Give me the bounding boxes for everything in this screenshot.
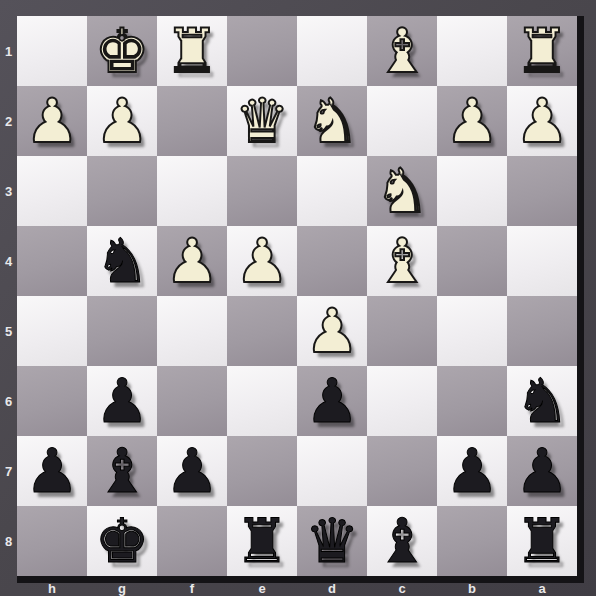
square-e2[interactable]: ♛ [227,86,297,156]
square-a4[interactable] [507,226,577,296]
square-d8[interactable]: ♛ [297,506,367,576]
square-f6[interactable] [157,366,227,436]
square-h3[interactable] [17,156,87,226]
square-c3[interactable]: ♞ [367,156,437,226]
white-pawn-a2: ♟ [515,86,570,156]
square-c5[interactable] [367,296,437,366]
white-knight-c3: ♞ [375,156,430,226]
white-knight-d2: ♞ [305,86,360,156]
square-d7[interactable] [297,436,367,506]
square-g8[interactable]: ♚ [87,506,157,576]
square-b4[interactable] [437,226,507,296]
square-h6[interactable] [17,366,87,436]
square-b7[interactable]: ♟ [437,436,507,506]
white-rook-f1: ♜ [165,16,220,86]
square-b8[interactable] [437,506,507,576]
file-label-f: f [157,581,227,596]
file-labels: hgfedcba [17,581,577,596]
square-g5[interactable] [87,296,157,366]
white-pawn-b2: ♟ [445,86,500,156]
black-queen-d8: ♛ [305,506,360,576]
square-e1[interactable] [227,16,297,86]
square-b6[interactable] [437,366,507,436]
square-h5[interactable] [17,296,87,366]
white-bishop-c4: ♝ [375,226,430,296]
rank-label-2: 2 [0,86,17,156]
square-g4[interactable]: ♞ [87,226,157,296]
rank-label-5: 5 [0,296,17,366]
square-b3[interactable] [437,156,507,226]
square-e3[interactable] [227,156,297,226]
file-label-g: g [87,581,157,596]
square-a3[interactable] [507,156,577,226]
white-pawn-e4: ♟ [235,226,290,296]
black-knight-g4: ♞ [95,226,150,296]
black-pawn-b7: ♟ [445,436,500,506]
white-pawn-d5: ♟ [305,296,360,366]
square-e6[interactable] [227,366,297,436]
square-c6[interactable] [367,366,437,436]
black-knight-a6: ♞ [515,366,570,436]
square-a2[interactable]: ♟ [507,86,577,156]
square-g7[interactable]: ♝ [87,436,157,506]
white-king-g1: ♚ [95,16,150,86]
rank-label-1: 1 [0,16,17,86]
black-pawn-h7: ♟ [25,436,80,506]
square-a7[interactable]: ♟ [507,436,577,506]
square-f4[interactable]: ♟ [157,226,227,296]
black-pawn-f7: ♟ [165,436,220,506]
square-c8[interactable]: ♝ [367,506,437,576]
square-c7[interactable] [367,436,437,506]
square-a8[interactable]: ♜ [507,506,577,576]
square-h1[interactable] [17,16,87,86]
white-rook-a1: ♜ [515,16,570,86]
board-frame: 12345678 ♚♜♝♜♟♟♛♞♟♟♞♞♟♟♝♟♟♟♞♟♝♟♟♟♚♜♛♝♜ h… [0,0,596,596]
square-d3[interactable] [297,156,367,226]
white-pawn-f4: ♟ [165,226,220,296]
rank-label-7: 7 [0,436,17,506]
square-f1[interactable]: ♜ [157,16,227,86]
square-e7[interactable] [227,436,297,506]
square-h2[interactable]: ♟ [17,86,87,156]
square-f3[interactable] [157,156,227,226]
square-b1[interactable] [437,16,507,86]
black-pawn-a7: ♟ [515,436,570,506]
black-bishop-g7: ♝ [95,436,150,506]
chess-board: ♚♜♝♜♟♟♛♞♟♟♞♞♟♟♝♟♟♟♞♟♝♟♟♟♚♜♛♝♜ [17,16,584,583]
square-c4[interactable]: ♝ [367,226,437,296]
square-e8[interactable]: ♜ [227,506,297,576]
square-f7[interactable]: ♟ [157,436,227,506]
square-e5[interactable] [227,296,297,366]
file-label-b: b [437,581,507,596]
file-label-c: c [367,581,437,596]
file-label-a: a [507,581,577,596]
square-f8[interactable] [157,506,227,576]
black-bishop-c8: ♝ [375,506,430,576]
white-queen-e2: ♛ [235,86,290,156]
black-rook-e8: ♜ [235,506,290,576]
file-label-d: d [297,581,367,596]
black-pawn-d6: ♟ [305,366,360,436]
rank-label-8: 8 [0,506,17,576]
black-pawn-g6: ♟ [95,366,150,436]
square-g2[interactable]: ♟ [87,86,157,156]
square-b5[interactable] [437,296,507,366]
square-d1[interactable] [297,16,367,86]
white-pawn-g2: ♟ [95,86,150,156]
square-h7[interactable]: ♟ [17,436,87,506]
square-g3[interactable] [87,156,157,226]
square-d5[interactable]: ♟ [297,296,367,366]
square-c2[interactable] [367,86,437,156]
square-f2[interactable] [157,86,227,156]
square-d6[interactable]: ♟ [297,366,367,436]
square-a6[interactable]: ♞ [507,366,577,436]
square-d2[interactable]: ♞ [297,86,367,156]
square-g1[interactable]: ♚ [87,16,157,86]
square-f5[interactable] [157,296,227,366]
square-a1[interactable]: ♜ [507,16,577,86]
white-bishop-c1: ♝ [375,16,430,86]
rank-label-6: 6 [0,366,17,436]
file-label-h: h [17,581,87,596]
file-label-e: e [227,581,297,596]
black-rook-a8: ♜ [515,506,570,576]
square-e4[interactable]: ♟ [227,226,297,296]
black-king-g8: ♚ [95,506,150,576]
square-h8[interactable] [17,506,87,576]
square-d4[interactable] [297,226,367,296]
square-c1[interactable]: ♝ [367,16,437,86]
square-b2[interactable]: ♟ [437,86,507,156]
rank-label-4: 4 [0,226,17,296]
square-a5[interactable] [507,296,577,366]
square-g6[interactable]: ♟ [87,366,157,436]
rank-label-3: 3 [0,156,17,226]
white-pawn-h2: ♟ [25,86,80,156]
square-h4[interactable] [17,226,87,296]
rank-labels: 12345678 [0,16,17,576]
